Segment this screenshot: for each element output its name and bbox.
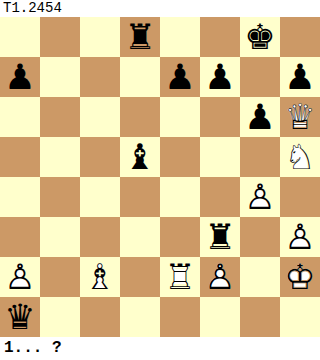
square-e2[interactable]: ♜♖ xyxy=(160,257,200,297)
piece-white-king-fill: ♚ xyxy=(280,257,320,297)
move-prompt: 1... ? xyxy=(4,339,62,357)
square-e7[interactable]: ♟ xyxy=(160,57,200,97)
square-e1[interactable] xyxy=(160,297,200,337)
piece-white-queen-fill: ♛ xyxy=(280,97,320,137)
piece-white-pawn-fill: ♟ xyxy=(0,257,40,297)
square-e3[interactable] xyxy=(160,217,200,257)
square-a1[interactable]: ♛ xyxy=(0,297,40,337)
square-a7[interactable]: ♟ xyxy=(0,57,40,97)
piece-white-pawn: ♙ xyxy=(280,217,320,257)
square-h3[interactable]: ♟♙ xyxy=(280,217,320,257)
square-g4[interactable]: ♟♙ xyxy=(240,177,280,217)
piece-black-pawn: ♟ xyxy=(0,57,40,97)
piece-white-queen: ♕ xyxy=(280,97,320,137)
piece-white-knight-fill: ♞ xyxy=(280,137,320,177)
square-g2[interactable] xyxy=(240,257,280,297)
title-bar: T1.2454 xyxy=(0,0,320,17)
square-d7[interactable] xyxy=(120,57,160,97)
square-a6[interactable] xyxy=(0,97,40,137)
square-a5[interactable] xyxy=(0,137,40,177)
square-b1[interactable] xyxy=(40,297,80,337)
square-c7[interactable] xyxy=(80,57,120,97)
piece-white-pawn-fill: ♟ xyxy=(280,217,320,257)
square-b5[interactable] xyxy=(40,137,80,177)
piece-white-bishop-fill: ♝ xyxy=(80,257,120,297)
piece-white-pawn: ♙ xyxy=(240,177,280,217)
square-f8[interactable] xyxy=(200,17,240,57)
square-e6[interactable] xyxy=(160,97,200,137)
chess-board: ♜♚♟♟♟♟♟♛♕♝♞♘♟♙♜♟♙♟♙♝♗♜♖♟♙♚♔♛ xyxy=(0,17,320,337)
piece-white-rook: ♖ xyxy=(160,257,200,297)
square-g1[interactable] xyxy=(240,297,280,337)
square-h8[interactable] xyxy=(280,17,320,57)
square-c1[interactable] xyxy=(80,297,120,337)
piece-black-rook: ♜ xyxy=(200,217,240,257)
square-f6[interactable] xyxy=(200,97,240,137)
square-f1[interactable] xyxy=(200,297,240,337)
square-d6[interactable] xyxy=(120,97,160,137)
square-f2[interactable]: ♟♙ xyxy=(200,257,240,297)
piece-black-pawn: ♟ xyxy=(240,97,280,137)
square-a3[interactable] xyxy=(0,217,40,257)
square-f5[interactable] xyxy=(200,137,240,177)
caption-bar: 1... ? xyxy=(0,337,320,360)
diagram-title: T1.2454 xyxy=(3,0,62,16)
square-d5[interactable]: ♝ xyxy=(120,137,160,177)
square-c3[interactable] xyxy=(80,217,120,257)
piece-black-queen: ♛ xyxy=(0,297,40,337)
square-h7[interactable]: ♟ xyxy=(280,57,320,97)
square-b7[interactable] xyxy=(40,57,80,97)
square-h1[interactable] xyxy=(280,297,320,337)
piece-white-pawn-fill: ♟ xyxy=(240,177,280,217)
square-e8[interactable] xyxy=(160,17,200,57)
square-e4[interactable] xyxy=(160,177,200,217)
square-a4[interactable] xyxy=(0,177,40,217)
square-g7[interactable] xyxy=(240,57,280,97)
square-c2[interactable]: ♝♗ xyxy=(80,257,120,297)
square-d4[interactable] xyxy=(120,177,160,217)
square-b4[interactable] xyxy=(40,177,80,217)
square-g3[interactable] xyxy=(240,217,280,257)
square-d1[interactable] xyxy=(120,297,160,337)
square-g8[interactable]: ♚ xyxy=(240,17,280,57)
square-h6[interactable]: ♛♕ xyxy=(280,97,320,137)
square-d2[interactable] xyxy=(120,257,160,297)
square-e5[interactable] xyxy=(160,137,200,177)
piece-white-pawn-fill: ♟ xyxy=(200,257,240,297)
square-b6[interactable] xyxy=(40,97,80,137)
piece-black-king: ♚ xyxy=(240,17,280,57)
chess-diagram-page: T1.2454 ♜♚♟♟♟♟♟♛♕♝♞♘♟♙♜♟♙♟♙♝♗♜♖♟♙♚♔♛ 1..… xyxy=(0,0,320,360)
piece-black-rook: ♜ xyxy=(120,17,160,57)
square-c6[interactable] xyxy=(80,97,120,137)
square-f4[interactable] xyxy=(200,177,240,217)
square-b3[interactable] xyxy=(40,217,80,257)
square-d3[interactable] xyxy=(120,217,160,257)
piece-white-knight: ♘ xyxy=(280,137,320,177)
square-h4[interactable] xyxy=(280,177,320,217)
square-b2[interactable] xyxy=(40,257,80,297)
piece-white-bishop: ♗ xyxy=(80,257,120,297)
square-c5[interactable] xyxy=(80,137,120,177)
square-f7[interactable]: ♟ xyxy=(200,57,240,97)
square-b8[interactable] xyxy=(40,17,80,57)
square-c4[interactable] xyxy=(80,177,120,217)
piece-white-pawn: ♙ xyxy=(200,257,240,297)
piece-white-king: ♔ xyxy=(280,257,320,297)
piece-black-pawn: ♟ xyxy=(280,57,320,97)
square-g5[interactable] xyxy=(240,137,280,177)
piece-white-rook-fill: ♜ xyxy=(160,257,200,297)
square-g6[interactable]: ♟ xyxy=(240,97,280,137)
square-a8[interactable] xyxy=(0,17,40,57)
square-f3[interactable]: ♜ xyxy=(200,217,240,257)
square-h2[interactable]: ♚♔ xyxy=(280,257,320,297)
square-a2[interactable]: ♟♙ xyxy=(0,257,40,297)
square-d8[interactable]: ♜ xyxy=(120,17,160,57)
square-c8[interactable] xyxy=(80,17,120,57)
piece-white-pawn: ♙ xyxy=(0,257,40,297)
square-h5[interactable]: ♞♘ xyxy=(280,137,320,177)
piece-black-pawn: ♟ xyxy=(200,57,240,97)
piece-black-pawn: ♟ xyxy=(160,57,200,97)
piece-black-bishop: ♝ xyxy=(120,137,160,177)
